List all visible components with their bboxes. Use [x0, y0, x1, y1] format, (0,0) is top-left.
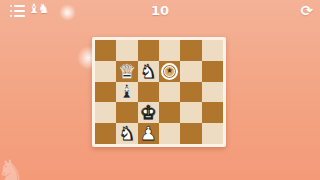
square-r4c5[interactable] — [180, 102, 201, 123]
square-r1c5[interactable] — [180, 40, 201, 61]
square-r3c4[interactable] — [159, 82, 180, 103]
chess-board: ♛♞★♝♚♞♟ — [95, 40, 223, 144]
star-target-inner-ring: ★ — [164, 66, 175, 77]
square-r1c3[interactable] — [138, 40, 159, 61]
square-r5c3[interactable]: ♟ — [138, 123, 159, 144]
black-bishop[interactable]: ♝ — [118, 82, 135, 101]
square-r5c5[interactable] — [180, 123, 201, 144]
square-r5c2[interactable]: ♞ — [116, 123, 137, 144]
game-screen: ♝♞ 10 ⟳ ♛♞★♝♚♞♟ ♞ — [0, 0, 320, 180]
white-king[interactable]: ♚ — [140, 103, 157, 122]
square-r1c4[interactable] — [159, 40, 180, 61]
board-frame: ♛♞★♝♚♞♟ — [92, 37, 226, 147]
white-knight[interactable]: ♞ — [118, 124, 135, 143]
restart-icon[interactable]: ⟳ — [300, 2, 313, 20]
square-r3c3[interactable] — [138, 82, 159, 103]
square-r2c6[interactable] — [202, 61, 223, 82]
square-r2c2[interactable]: ♛ — [116, 61, 137, 82]
square-r1c1[interactable] — [95, 40, 116, 61]
square-r4c6[interactable] — [202, 102, 223, 123]
black-queen[interactable]: ♛ — [118, 62, 135, 81]
square-r3c1[interactable] — [95, 82, 116, 103]
square-r2c1[interactable] — [95, 61, 116, 82]
square-r4c2[interactable] — [116, 102, 137, 123]
square-r5c6[interactable] — [202, 123, 223, 144]
square-r2c4[interactable]: ★ — [159, 61, 180, 82]
square-r2c5[interactable] — [180, 61, 201, 82]
square-r4c3[interactable]: ♚ — [138, 102, 159, 123]
square-r3c5[interactable] — [180, 82, 201, 103]
square-r4c1[interactable] — [95, 102, 116, 123]
star-icon: ★ — [166, 67, 173, 75]
square-r1c6[interactable] — [202, 40, 223, 61]
knight-watermark-icon: ♞ — [0, 156, 25, 180]
white-pawn[interactable]: ♟ — [140, 124, 157, 143]
star-target-marker[interactable]: ★ — [161, 63, 178, 80]
square-r2c3[interactable]: ♞ — [138, 61, 159, 82]
square-r4c4[interactable] — [159, 102, 180, 123]
square-r3c6[interactable] — [202, 82, 223, 103]
square-r1c2[interactable] — [116, 40, 137, 61]
square-r5c1[interactable] — [95, 123, 116, 144]
white-knight[interactable]: ♞ — [140, 62, 157, 81]
level-number: 10 — [0, 3, 320, 18]
square-r5c4[interactable] — [159, 123, 180, 144]
square-r3c2[interactable]: ♝ — [116, 82, 137, 103]
